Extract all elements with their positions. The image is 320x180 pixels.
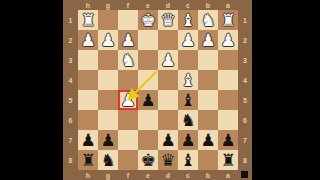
square-h4[interactable] bbox=[78, 70, 98, 90]
piece-black-king[interactable]: ♚ bbox=[138, 150, 158, 170]
square-f1[interactable] bbox=[118, 10, 138, 30]
square-h8[interactable]: ♜ bbox=[78, 150, 98, 170]
square-h2[interactable]: ♟ bbox=[78, 30, 98, 50]
piece-black-knight[interactable]: ♞ bbox=[178, 110, 198, 130]
square-g8[interactable]: ♞ bbox=[98, 150, 118, 170]
square-f2[interactable]: ♟ bbox=[118, 30, 138, 50]
piece-black-knight[interactable]: ♞ bbox=[98, 150, 118, 170]
square-a2[interactable]: ♟ bbox=[218, 30, 238, 50]
square-a6[interactable] bbox=[218, 110, 238, 130]
piece-white-pawn[interactable]: ♟ bbox=[118, 90, 138, 110]
square-d8[interactable]: ♛ bbox=[158, 150, 178, 170]
piece-white-knight[interactable]: ♞ bbox=[118, 50, 138, 70]
square-a1[interactable]: ♜ bbox=[218, 10, 238, 30]
square-f5[interactable]: ♟ bbox=[118, 90, 138, 110]
piece-white-rook[interactable]: ♜ bbox=[78, 10, 98, 30]
rank-label-8: 8 bbox=[63, 150, 78, 170]
piece-black-rook[interactable]: ♜ bbox=[78, 150, 98, 170]
file-label-f: f bbox=[118, 0, 138, 10]
square-e7[interactable] bbox=[138, 130, 158, 150]
square-b5[interactable] bbox=[198, 90, 218, 110]
black-to-move-indicator bbox=[241, 171, 248, 178]
square-e1[interactable]: ♚ bbox=[138, 10, 158, 30]
square-g3[interactable] bbox=[98, 50, 118, 70]
piece-black-queen[interactable]: ♛ bbox=[158, 150, 178, 170]
rank-labels-right: 12345678 bbox=[238, 10, 252, 170]
file-labels-top: hgfedcba bbox=[78, 0, 238, 10]
piece-black-pawn[interactable]: ♟ bbox=[78, 130, 98, 150]
square-c8[interactable]: ♝ bbox=[178, 150, 198, 170]
file-label-h: h bbox=[78, 0, 98, 10]
square-b4[interactable] bbox=[198, 70, 218, 90]
rank-label-4: 4 bbox=[63, 70, 78, 90]
square-d2[interactable] bbox=[158, 30, 178, 50]
piece-black-rook[interactable]: ♜ bbox=[218, 150, 238, 170]
file-labels-bottom: hgfedcba bbox=[78, 170, 238, 180]
file-label-b: b bbox=[198, 170, 218, 180]
piece-black-bishop[interactable]: ♝ bbox=[178, 150, 198, 170]
piece-white-bishop[interactable]: ♝ bbox=[178, 70, 198, 90]
square-f4[interactable] bbox=[118, 70, 138, 90]
square-f8[interactable] bbox=[118, 150, 138, 170]
square-c5[interactable]: ♝ bbox=[178, 90, 198, 110]
square-d4[interactable] bbox=[158, 70, 178, 90]
square-f3[interactable]: ♞ bbox=[118, 50, 138, 70]
square-c2[interactable]: ♟ bbox=[178, 30, 198, 50]
piece-white-rook[interactable]: ♜ bbox=[218, 10, 238, 30]
square-e6[interactable] bbox=[138, 110, 158, 130]
square-c6[interactable]: ♞ bbox=[178, 110, 198, 130]
square-e4[interactable] bbox=[138, 70, 158, 90]
square-h6[interactable] bbox=[78, 110, 98, 130]
rank-label-7: 7 bbox=[238, 130, 252, 150]
file-label-g: g bbox=[98, 0, 118, 10]
file-label-b: b bbox=[198, 0, 218, 10]
square-e5[interactable]: ♟ bbox=[138, 90, 158, 110]
piece-black-pawn[interactable]: ♟ bbox=[218, 130, 238, 150]
piece-black-bishop[interactable]: ♝ bbox=[178, 90, 198, 110]
piece-white-pawn[interactable]: ♟ bbox=[78, 30, 98, 50]
square-c4[interactable]: ♝ bbox=[178, 70, 198, 90]
file-label-f: f bbox=[118, 170, 138, 180]
rank-label-4: 4 bbox=[238, 70, 252, 90]
screenshot-stage: hgfedcba hgfedcba 12345678 12345678 ♜♚♛♝… bbox=[0, 0, 320, 180]
square-d3[interactable]: ♟ bbox=[158, 50, 178, 70]
piece-white-queen[interactable]: ♛ bbox=[158, 10, 178, 30]
square-g2[interactable]: ♟ bbox=[98, 30, 118, 50]
square-c7[interactable]: ♟ bbox=[178, 130, 198, 150]
square-h3[interactable] bbox=[78, 50, 98, 70]
square-a4[interactable] bbox=[218, 70, 238, 90]
file-label-c: c bbox=[178, 0, 198, 10]
square-e8[interactable]: ♚ bbox=[138, 150, 158, 170]
chess-board: ♜♚♛♝♞♜♟♟♟♟♟♟♞♟♝♟♟♝♞♟♟♟♟♟♟♜♞♚♛♝♜ bbox=[78, 10, 238, 170]
piece-black-pawn[interactable]: ♟ bbox=[198, 130, 218, 150]
square-d1[interactable]: ♛ bbox=[158, 10, 178, 30]
square-a8[interactable]: ♜ bbox=[218, 150, 238, 170]
rank-labels-left: 12345678 bbox=[63, 10, 78, 170]
file-label-c: c bbox=[178, 170, 198, 180]
square-b6[interactable] bbox=[198, 110, 218, 130]
rank-label-2: 2 bbox=[238, 30, 252, 50]
square-e2[interactable] bbox=[138, 30, 158, 50]
square-c3[interactable] bbox=[178, 50, 198, 70]
piece-white-pawn[interactable]: ♟ bbox=[178, 30, 198, 50]
rank-label-2: 2 bbox=[63, 30, 78, 50]
square-c1[interactable]: ♝ bbox=[178, 10, 198, 30]
square-h5[interactable] bbox=[78, 90, 98, 110]
square-g4[interactable] bbox=[98, 70, 118, 90]
piece-white-king[interactable]: ♚ bbox=[138, 10, 158, 30]
rank-label-6: 6 bbox=[238, 110, 252, 130]
rank-label-1: 1 bbox=[63, 10, 78, 30]
rank-label-7: 7 bbox=[63, 130, 78, 150]
square-d7[interactable]: ♟ bbox=[158, 130, 178, 150]
square-b7[interactable]: ♟ bbox=[198, 130, 218, 150]
square-b3[interactable] bbox=[198, 50, 218, 70]
rank-label-6: 6 bbox=[63, 110, 78, 130]
square-b8[interactable] bbox=[198, 150, 218, 170]
piece-white-pawn[interactable]: ♟ bbox=[98, 30, 118, 50]
square-a3[interactable] bbox=[218, 50, 238, 70]
rank-label-5: 5 bbox=[63, 90, 78, 110]
file-label-e: e bbox=[138, 0, 158, 10]
file-label-h: h bbox=[78, 170, 98, 180]
file-label-a: a bbox=[218, 170, 238, 180]
piece-black-pawn[interactable]: ♟ bbox=[138, 90, 158, 110]
piece-white-pawn[interactable]: ♟ bbox=[218, 30, 238, 50]
square-a5[interactable] bbox=[218, 90, 238, 110]
piece-white-knight[interactable]: ♞ bbox=[198, 10, 218, 30]
chess-board-frame: hgfedcba hgfedcba 12345678 12345678 ♜♚♛♝… bbox=[63, 0, 252, 180]
piece-black-pawn[interactable]: ♟ bbox=[178, 130, 198, 150]
rank-label-5: 5 bbox=[238, 90, 252, 110]
piece-white-pawn[interactable]: ♟ bbox=[118, 30, 138, 50]
square-g1[interactable] bbox=[98, 10, 118, 30]
square-e3[interactable] bbox=[138, 50, 158, 70]
square-a7[interactable]: ♟ bbox=[218, 130, 238, 150]
piece-white-pawn[interactable]: ♟ bbox=[158, 50, 178, 70]
square-b1[interactable]: ♞ bbox=[198, 10, 218, 30]
piece-white-pawn[interactable]: ♟ bbox=[198, 30, 218, 50]
rank-label-3: 3 bbox=[238, 50, 252, 70]
piece-black-pawn[interactable]: ♟ bbox=[98, 130, 118, 150]
rank-label-3: 3 bbox=[63, 50, 78, 70]
square-g6[interactable] bbox=[98, 110, 118, 130]
square-b2[interactable]: ♟ bbox=[198, 30, 218, 50]
piece-black-pawn[interactable]: ♟ bbox=[158, 130, 178, 150]
file-label-d: d bbox=[158, 0, 178, 10]
square-f6[interactable] bbox=[118, 110, 138, 130]
rank-label-8: 8 bbox=[238, 150, 252, 170]
square-h1[interactable]: ♜ bbox=[78, 10, 98, 30]
square-d6[interactable] bbox=[158, 110, 178, 130]
file-label-d: d bbox=[158, 170, 178, 180]
file-label-e: e bbox=[138, 170, 158, 180]
square-d5[interactable] bbox=[158, 90, 178, 110]
square-g7[interactable]: ♟ bbox=[98, 130, 118, 150]
square-g5[interactable] bbox=[98, 90, 118, 110]
piece-white-bishop[interactable]: ♝ bbox=[178, 10, 198, 30]
square-f7[interactable] bbox=[118, 130, 138, 150]
file-label-a: a bbox=[218, 0, 238, 10]
file-label-g: g bbox=[98, 170, 118, 180]
rank-label-1: 1 bbox=[238, 10, 252, 30]
square-h7[interactable]: ♟ bbox=[78, 130, 98, 150]
